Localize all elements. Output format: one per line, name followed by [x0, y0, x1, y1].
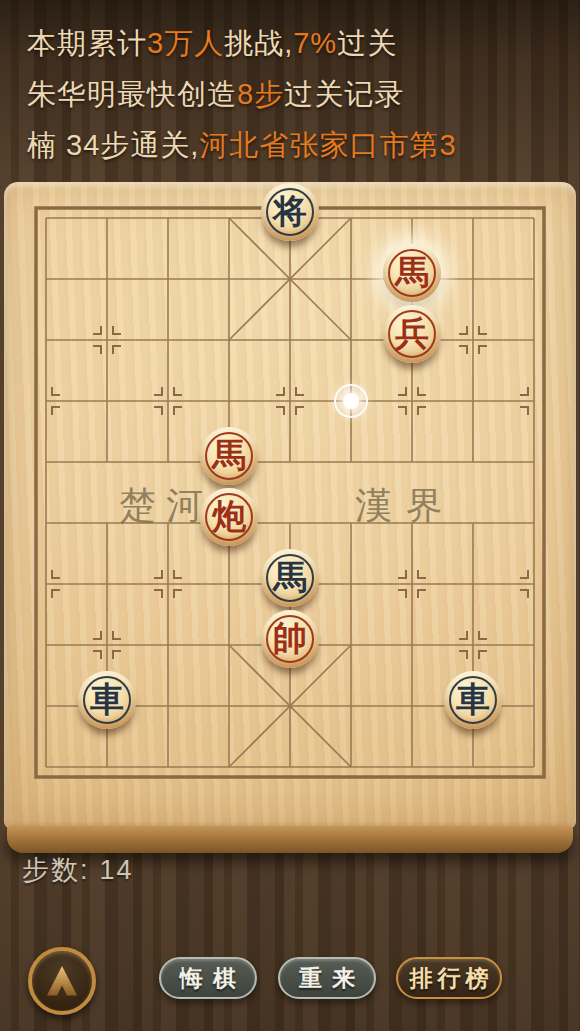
- piece-black-chariot-left[interactable]: 車: [78, 671, 136, 729]
- stats-line-2: 朱华明最快创造8步过关记录: [27, 75, 404, 115]
- piece-character: 兵: [395, 316, 429, 350]
- piece-character: 馬: [395, 255, 429, 289]
- piece-black-chariot-right[interactable]: 車: [444, 671, 502, 729]
- board-front-edge: [7, 826, 573, 853]
- piece-red-soldier[interactable]: 兵: [383, 305, 441, 363]
- piece-character: 馬: [212, 438, 246, 472]
- xiangqi-board[interactable]: 楚河 漢界 将馬兵馬炮馬帥車車: [4, 182, 576, 828]
- stats-line-3: 楠 34步通关,河北省张家口市第3: [27, 126, 457, 166]
- piece-character: 車: [456, 682, 490, 716]
- stat-highlight: 7%: [293, 27, 337, 59]
- piece-red-horse-a[interactable]: 馬: [383, 244, 441, 302]
- piece-red-general[interactable]: 帥: [261, 610, 319, 668]
- move-counter-value: 14: [100, 855, 134, 885]
- expand-button[interactable]: [28, 947, 96, 1015]
- piece-character: 馬: [273, 560, 307, 594]
- river-label-chu-he: 楚河: [119, 481, 213, 531]
- piece-character: 車: [90, 682, 124, 716]
- stat-text: 过关: [337, 27, 397, 59]
- move-counter: 步数:14: [22, 852, 134, 888]
- last-move-origin-dot: [334, 384, 368, 418]
- stat-text: 楠 34步通关,: [27, 129, 199, 161]
- board-grid: [4, 182, 576, 828]
- stat-highlight: 河北省张家口市第3: [199, 129, 456, 161]
- leaderboard-button[interactable]: 排行榜: [396, 957, 502, 999]
- stat-highlight: 3万人: [147, 27, 224, 59]
- restart-button[interactable]: 重来: [278, 957, 376, 999]
- piece-character: 炮: [212, 499, 246, 533]
- stat-text: 过关记录: [284, 78, 404, 110]
- move-counter-label: 步数:: [22, 855, 90, 885]
- stats-line-1: 本期累计3万人挑战,7%过关: [27, 24, 397, 64]
- piece-character: 帥: [273, 621, 307, 655]
- stat-text: 本期累计: [27, 27, 147, 59]
- river-label-han-jie: 漢界: [355, 481, 457, 531]
- piece-character: 将: [273, 194, 307, 228]
- piece-black-general[interactable]: 将: [261, 183, 319, 241]
- up-arrow-icon: [41, 960, 83, 1002]
- piece-red-cannon[interactable]: 炮: [200, 488, 258, 546]
- stat-highlight: 8步: [237, 78, 284, 110]
- piece-black-horse[interactable]: 馬: [261, 549, 319, 607]
- undo-button[interactable]: 悔棋: [159, 957, 257, 999]
- game-screen: 本期累计3万人挑战,7%过关 朱华明最快创造8步过关记录 楠 34步通关,河北省…: [0, 0, 580, 1031]
- piece-red-horse-b[interactable]: 馬: [200, 427, 258, 485]
- stat-text: 挑战,: [224, 27, 293, 59]
- stat-text: 朱华明最快创造: [27, 78, 237, 110]
